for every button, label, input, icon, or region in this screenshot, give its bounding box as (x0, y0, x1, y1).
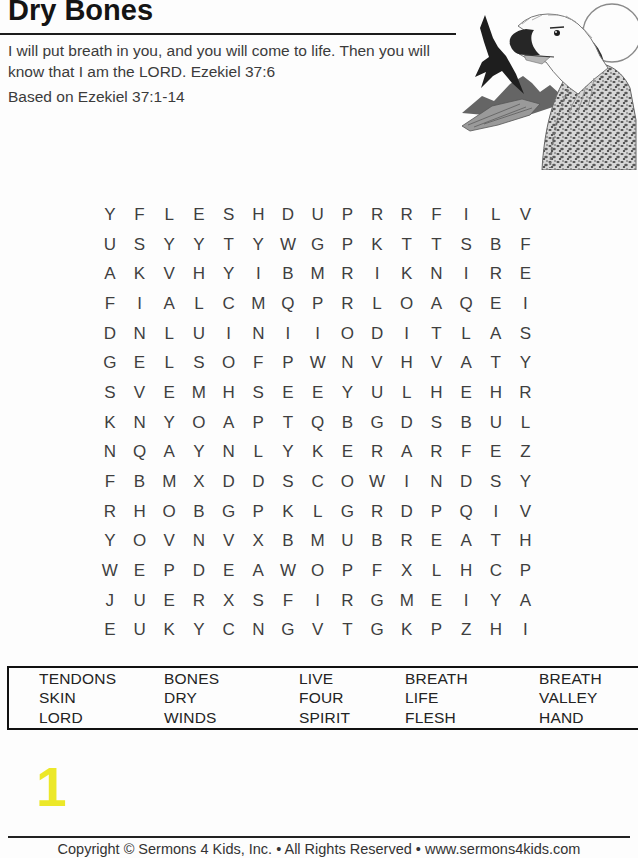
grid-cell-r5c15[interactable]: S (511, 319, 541, 349)
word-list-box: TENDONSBONESLIVEBREATHBREATHSKINDRYFOURL… (7, 666, 638, 730)
grid-cell-r4c4[interactable]: L (184, 289, 214, 319)
grid-cell-r13c10[interactable]: F (362, 556, 392, 586)
grid-cell-r8c10[interactable]: G (362, 408, 392, 438)
grid-cell-r15c8[interactable]: V (303, 616, 333, 646)
grid-cell-r8c8[interactable]: Q (303, 408, 333, 438)
grid-cell-r15c5[interactable]: C (214, 616, 244, 646)
grid-cell-r8c4[interactable]: O (184, 408, 214, 438)
grid-cell-r14c2[interactable]: U (125, 586, 155, 616)
word-list-item: SPIRIT (299, 709, 405, 727)
grid-cell-r9c10[interactable]: R (362, 438, 392, 468)
grid-cell-r13c13[interactable]: H (451, 556, 481, 586)
grid-cell-r15c9[interactable]: T (333, 616, 363, 646)
grid-cell-r5c1[interactable]: D (95, 319, 125, 349)
grid-cell-r7c15[interactable]: R (511, 378, 541, 408)
word-list-item: LIFE (405, 689, 539, 707)
grid-cell-r3c6[interactable]: I (243, 259, 273, 289)
grid-cell-r2c3[interactable]: Y (154, 230, 184, 260)
grid-cell-r11c15[interactable]: V (511, 497, 541, 527)
grid-cell-r9c14[interactable]: E (481, 438, 511, 468)
grid-cell-r10c14[interactable]: S (481, 467, 511, 497)
grid-cell-r15c4[interactable]: Y (184, 616, 214, 646)
grid-cell-r12c12[interactable]: E (422, 527, 452, 557)
grid-cell-r12c4[interactable]: N (184, 527, 214, 557)
grid-cell-r13c3[interactable]: P (154, 556, 184, 586)
grid-cell-r2c10[interactable]: K (362, 230, 392, 260)
grid-cell-r2c6[interactable]: Y (243, 230, 273, 260)
grid-cell-r13c15[interactable]: P (511, 556, 541, 586)
grid-cell-r12c1[interactable]: Y (95, 527, 125, 557)
grid-cell-r2c14[interactable]: B (481, 230, 511, 260)
grid-cell-r4c14[interactable]: E (481, 289, 511, 319)
grid-cell-r10c10[interactable]: W (362, 467, 392, 497)
grid-cell-r8c13[interactable]: B (451, 408, 481, 438)
grid-cell-r9c13[interactable]: F (451, 438, 481, 468)
grid-cell-r12c7[interactable]: B (273, 527, 303, 557)
grid-cell-r8c14[interactable]: U (481, 408, 511, 438)
grid-cell-r9c7[interactable]: Y (273, 438, 303, 468)
footer-divider (8, 836, 630, 838)
grid-cell-r15c2[interactable]: U (125, 616, 155, 646)
based-on-text: Based on Ezekiel 37:1-14 (8, 88, 185, 106)
grid-cell-r4c6[interactable]: M (243, 289, 273, 319)
grid-cell-r14c13[interactable]: I (451, 586, 481, 616)
grid-cell-r4c2[interactable]: I (125, 289, 155, 319)
grid-cell-r12c6[interactable]: X (243, 527, 273, 557)
grid-cell-r11c2[interactable]: H (125, 497, 155, 527)
grid-cell-r1c13[interactable]: I (451, 200, 481, 230)
grid-cell-r2c9[interactable]: P (333, 230, 363, 260)
grid-cell-r2c2[interactable]: S (125, 230, 155, 260)
grid-cell-r6c13[interactable]: A (451, 348, 481, 378)
grid-cell-r15c6[interactable]: N (243, 616, 273, 646)
verse-text: I will put breath in you, and you will c… (8, 40, 460, 82)
grid-cell-r14c3[interactable]: E (154, 586, 184, 616)
grid-cell-r5c8[interactable]: I (303, 319, 333, 349)
grid-cell-r15c11[interactable]: K (392, 616, 422, 646)
word-list-item: BONES (164, 670, 299, 688)
grid-cell-r1c12[interactable]: F (422, 200, 452, 230)
grid-cell-r14c14[interactable]: Y (481, 586, 511, 616)
grid-cell-r9c2[interactable]: Q (125, 438, 155, 468)
grid-cell-r7c5[interactable]: H (214, 378, 244, 408)
word-list-item: BREATH (539, 670, 638, 688)
grid-cell-r4c7[interactable]: Q (273, 289, 303, 319)
grid-cell-r13c2[interactable]: E (125, 556, 155, 586)
grid-cell-r9c1[interactable]: N (95, 438, 125, 468)
word-list-item: SKIN (39, 689, 164, 707)
word-list-item: FOUR (299, 689, 405, 707)
grid-cell-r10c3[interactable]: M (154, 467, 184, 497)
grid-cell-r7c1[interactable]: S (95, 378, 125, 408)
grid-cell-r14c11[interactable]: M (392, 586, 422, 616)
grid-cell-r6c15[interactable]: Y (511, 348, 541, 378)
grid-cell-r6c5[interactable]: O (214, 348, 244, 378)
grid-cell-r10c5[interactable]: D (214, 467, 244, 497)
grid-cell-r14c5[interactable]: X (214, 586, 244, 616)
word-list-item: TENDONS (39, 670, 164, 688)
eagle-drawing-svg (460, 0, 638, 170)
grid-cell-r15c12[interactable]: P (422, 616, 452, 646)
grid-cell-r11c10[interactable]: R (362, 497, 392, 527)
title-underline (0, 33, 456, 35)
grid-cell-r13c14[interactable]: C (481, 556, 511, 586)
grid-cell-r10c4[interactable]: X (184, 467, 214, 497)
grid-cell-r11c14[interactable]: I (481, 497, 511, 527)
grid-cell-r1c15[interactable]: V (511, 200, 541, 230)
grid-cell-r3c9[interactable]: R (333, 259, 363, 289)
grid-cell-r6c3[interactable]: L (154, 348, 184, 378)
grid-cell-r7c6[interactable]: S (243, 378, 273, 408)
grid-cell-r7c11[interactable]: L (392, 378, 422, 408)
grid-cell-r11c9[interactable]: G (333, 497, 363, 527)
grid-cell-r12c11[interactable]: R (392, 527, 422, 557)
copyright-text: Copyright © Sermons 4 Kids, Inc. • All R… (0, 841, 638, 857)
grid-cell-r7c7[interactable]: E (273, 378, 303, 408)
grid-cell-r7c9[interactable]: Y (333, 378, 363, 408)
grid-cell-r9c12[interactable]: R (422, 438, 452, 468)
grid-cell-r2c4[interactable]: Y (184, 230, 214, 260)
grid-cell-r15c7[interactable]: G (273, 616, 303, 646)
grid-cell-r15c1[interactable]: E (95, 616, 125, 646)
grid-cell-r14c9[interactable]: R (333, 586, 363, 616)
grid-cell-r11c1[interactable]: R (95, 497, 125, 527)
grid-cell-r12c2[interactable]: O (125, 527, 155, 557)
grid-cell-r6c12[interactable]: V (422, 348, 452, 378)
grid-cell-r7c14[interactable]: H (481, 378, 511, 408)
grid-cell-r7c12[interactable]: H (422, 378, 452, 408)
grid-cell-r4c10[interactable]: L (362, 289, 392, 319)
grid-cell-r12c3[interactable]: V (154, 527, 184, 557)
word-list-item: WINDS (164, 709, 299, 727)
grid-cell-r13c9[interactable]: P (333, 556, 363, 586)
grid-cell-r3c4[interactable]: H (184, 259, 214, 289)
grid-cell-r10c2[interactable]: B (125, 467, 155, 497)
grid-cell-r9c11[interactable]: A (392, 438, 422, 468)
grid-cell-r1c11[interactable]: R (392, 200, 422, 230)
grid-cell-r5c12[interactable]: T (422, 319, 452, 349)
word-list-item: LIVE (299, 670, 405, 688)
grid-cell-r12c8[interactable]: M (303, 527, 333, 557)
grid-cell-r14c15[interactable]: A (511, 586, 541, 616)
grid-cell-r4c1[interactable]: F (95, 289, 125, 319)
grid-cell-r6c8[interactable]: W (303, 348, 333, 378)
page-number: 1 (36, 760, 67, 815)
grid-cell-r11c12[interactable]: P (422, 497, 452, 527)
grid-cell-r1c6[interactable]: H (243, 200, 273, 230)
grid-cell-r10c1[interactable]: F (95, 467, 125, 497)
grid-cell-r6c10[interactable]: V (362, 348, 392, 378)
grid-cell-r2c13[interactable]: S (451, 230, 481, 260)
grid-cell-r8c7[interactable]: T (273, 408, 303, 438)
grid-cell-r14c10[interactable]: G (362, 586, 392, 616)
grid-cell-r4c12[interactable]: A (422, 289, 452, 319)
grid-cell-r10c13[interactable]: D (451, 467, 481, 497)
grid-cell-r8c11[interactable]: D (392, 408, 422, 438)
grid-cell-r5c9[interactable]: O (333, 319, 363, 349)
grid-cell-r5c4[interactable]: U (184, 319, 214, 349)
grid-cell-r6c9[interactable]: N (333, 348, 363, 378)
grid-cell-r8c9[interactable]: B (333, 408, 363, 438)
grid-cell-r7c4[interactable]: M (184, 378, 214, 408)
grid-cell-r1c5[interactable]: S (214, 200, 244, 230)
grid-cell-r10c6[interactable]: D (243, 467, 273, 497)
grid-cell-r11c13[interactable]: Q (451, 497, 481, 527)
worksheet-page: { "game": "word-search", "title": "Dry B… (0, 0, 638, 858)
grid-cell-r13c6[interactable]: A (243, 556, 273, 586)
grid-cell-r9c3[interactable]: A (154, 438, 184, 468)
grid-cell-r2c15[interactable]: F (511, 230, 541, 260)
grid-cell-r5c13[interactable]: L (451, 319, 481, 349)
grid-cell-r5c6[interactable]: N (243, 319, 273, 349)
grid-cell-r4c5[interactable]: C (214, 289, 244, 319)
grid-cell-r6c2[interactable]: E (125, 348, 155, 378)
grid-cell-r10c15[interactable]: Y (511, 467, 541, 497)
grid-cell-r2c8[interactable]: G (303, 230, 333, 260)
grid-cell-r7c10[interactable]: U (362, 378, 392, 408)
grid-cell-r5c2[interactable]: N (125, 319, 155, 349)
grid-cell-r5c5[interactable]: I (214, 319, 244, 349)
grid-cell-r14c8[interactable]: I (303, 586, 333, 616)
word-list-item: FLESH (405, 709, 539, 727)
grid-cell-r10c12[interactable]: N (422, 467, 452, 497)
grid-cell-r13c12[interactable]: L (422, 556, 452, 586)
grid-cell-r8c2[interactable]: N (125, 408, 155, 438)
grid-cell-r12c13[interactable]: A (451, 527, 481, 557)
grid-cell-r3c15[interactable]: E (511, 259, 541, 289)
grid-cell-r3c10[interactable]: I (362, 259, 392, 289)
grid-cell-r11c11[interactable]: D (392, 497, 422, 527)
grid-cell-r3c5[interactable]: Y (214, 259, 244, 289)
grid-cell-r15c10[interactable]: G (362, 616, 392, 646)
grid-cell-r3c3[interactable]: V (154, 259, 184, 289)
grid-cell-r12c15[interactable]: H (511, 527, 541, 557)
grid-cell-r3c2[interactable]: K (125, 259, 155, 289)
grid-cell-r12c5[interactable]: V (214, 527, 244, 557)
grid-cell-r7c13[interactable]: E (451, 378, 481, 408)
grid-cell-r1c7[interactable]: D (273, 200, 303, 230)
grid-cell-r2c11[interactable]: T (392, 230, 422, 260)
grid-cell-r6c6[interactable]: F (243, 348, 273, 378)
grid-cell-r13c5[interactable]: E (214, 556, 244, 586)
grid-cell-r5c3[interactable]: L (154, 319, 184, 349)
grid-cell-r15c15[interactable]: I (511, 616, 541, 646)
grid-cell-r2c12[interactable]: T (422, 230, 452, 260)
grid-cell-r1c8[interactable]: U (303, 200, 333, 230)
grid-cell-r2c7[interactable]: W (273, 230, 303, 260)
word-list-item: LORD (39, 709, 164, 727)
grid-cell-r9c4[interactable]: Y (184, 438, 214, 468)
grid-cell-r1c14[interactable]: L (481, 200, 511, 230)
grid-cell-r12c14[interactable]: T (481, 527, 511, 557)
grid-cell-r8c12[interactable]: S (422, 408, 452, 438)
grid-cell-r9c5[interactable]: N (214, 438, 244, 468)
grid-cell-r15c13[interactable]: Z (451, 616, 481, 646)
flying-eagle-silhouette (475, 15, 524, 94)
grid-cell-r3c8[interactable]: M (303, 259, 333, 289)
grid-cell-r3c1[interactable]: A (95, 259, 125, 289)
grid-cell-r5c7[interactable]: I (273, 319, 303, 349)
word-list-item: DRY (164, 689, 299, 707)
grid-cell-r1c4[interactable]: E (184, 200, 214, 230)
grid-cell-r11c5[interactable]: G (214, 497, 244, 527)
eagle-eye (554, 30, 560, 36)
page-title: Dry Bones (8, 0, 153, 27)
word-list-item: BREATH (405, 670, 539, 688)
grid-cell-r14c4[interactable]: R (184, 586, 214, 616)
grid-cell-r8c15[interactable]: L (511, 408, 541, 438)
grid-cell-r6c1[interactable]: G (95, 348, 125, 378)
grid-cell-r3c13[interactable]: I (451, 259, 481, 289)
grid-cell-r14c6[interactable]: S (243, 586, 273, 616)
grid-cell-r6c7[interactable]: P (273, 348, 303, 378)
grid-cell-r14c12[interactable]: E (422, 586, 452, 616)
grid-cell-r13c7[interactable]: W (273, 556, 303, 586)
grid-cell-r12c10[interactable]: B (362, 527, 392, 557)
grid-cell-r13c8[interactable]: O (303, 556, 333, 586)
grid-cell-r13c4[interactable]: D (184, 556, 214, 586)
grid-cell-r6c4[interactable]: S (184, 348, 214, 378)
grid-cell-r9c6[interactable]: L (243, 438, 273, 468)
grid-cell-r15c3[interactable]: K (154, 616, 184, 646)
grid-cell-r3c12[interactable]: N (422, 259, 452, 289)
grid-cell-r1c10[interactable]: R (362, 200, 392, 230)
grid-cell-r2c1[interactable]: U (95, 230, 125, 260)
grid-cell-r15c14[interactable]: H (481, 616, 511, 646)
grid-cell-r11c7[interactable]: K (273, 497, 303, 527)
grid-cell-r13c11[interactable]: X (392, 556, 422, 586)
grid-cell-r14c1[interactable]: J (95, 586, 125, 616)
grid-cell-r8c1[interactable]: K (95, 408, 125, 438)
grid-cell-r6c14[interactable]: T (481, 348, 511, 378)
grid-cell-r8c6[interactable]: P (243, 408, 273, 438)
grid-cell-r9c15[interactable]: Z (511, 438, 541, 468)
grid-cell-r13c1[interactable]: W (95, 556, 125, 586)
grid-cell-r8c3[interactable]: Y (154, 408, 184, 438)
grid-cell-r9c9[interactable]: E (333, 438, 363, 468)
grid-cell-r8c5[interactable]: A (214, 408, 244, 438)
grid-cell-r4c3[interactable]: A (154, 289, 184, 319)
grid-cell-r4c15[interactable]: I (511, 289, 541, 319)
grid-cell-r14c7[interactable]: F (273, 586, 303, 616)
grid-cell-r10c8[interactable]: C (303, 467, 333, 497)
grid-cell-r3c14[interactable]: R (481, 259, 511, 289)
grid-cell-r7c3[interactable]: E (154, 378, 184, 408)
grid-cell-r5c10[interactable]: D (362, 319, 392, 349)
grid-cell-r2c5[interactable]: T (214, 230, 244, 260)
grid-cell-r1c3[interactable]: L (154, 200, 184, 230)
word-list-item: HAND (539, 709, 638, 727)
grid-cell-r7c8[interactable]: E (303, 378, 333, 408)
grid-cell-r4c11[interactable]: O (392, 289, 422, 319)
grid-cell-r3c7[interactable]: B (273, 259, 303, 289)
grid-cell-r1c9[interactable]: P (333, 200, 363, 230)
grid-cell-r5c11[interactable]: I (392, 319, 422, 349)
grid-cell-r9c8[interactable]: K (303, 438, 333, 468)
grid-cell-r4c9[interactable]: R (333, 289, 363, 319)
grid-cell-r11c8[interactable]: L (303, 497, 333, 527)
word-search-grid: YFLESHDUPRRFILVUSYYTYWGPKTTSBFAKVHYIBMRI… (95, 200, 541, 646)
grid-cell-r7c2[interactable]: V (125, 378, 155, 408)
grid-cell-r11c4[interactable]: B (184, 497, 214, 527)
grid-cell-r5c14[interactable]: A (481, 319, 511, 349)
grid-cell-r10c11[interactable]: I (392, 467, 422, 497)
word-list-item: VALLEY (539, 689, 638, 707)
grid-cell-r10c9[interactable]: O (333, 467, 363, 497)
grid-cell-r10c7[interactable]: S (273, 467, 303, 497)
grid-cell-r4c8[interactable]: P (303, 289, 333, 319)
grid-cell-r1c2[interactable]: F (125, 200, 155, 230)
grid-cell-r12c9[interactable]: U (333, 527, 363, 557)
grid-cell-r1c1[interactable]: Y (95, 200, 125, 230)
grid-cell-r3c11[interactable]: K (392, 259, 422, 289)
eagle-illustration (460, 0, 638, 170)
grid-cell-r4c13[interactable]: Q (451, 289, 481, 319)
grid-cell-r6c11[interactable]: H (392, 348, 422, 378)
grid-cell-r11c6[interactable]: P (243, 497, 273, 527)
grid-cell-r11c3[interactable]: O (154, 497, 184, 527)
